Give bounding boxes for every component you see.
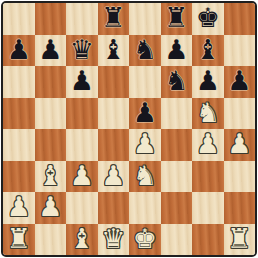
square-d5[interactable] [98, 98, 130, 130]
square-g2[interactable] [192, 192, 224, 224]
piece-white-rook[interactable]: ♜ [7, 225, 31, 252]
square-a7[interactable]: ♟ [3, 35, 35, 67]
square-f4[interactable] [161, 129, 193, 161]
square-g4[interactable]: ♟ [192, 129, 224, 161]
square-e2[interactable] [129, 192, 161, 224]
piece-white-pawn[interactable]: ♟ [70, 162, 94, 189]
square-b1[interactable] [35, 224, 67, 256]
piece-white-knight[interactable]: ♞ [133, 162, 157, 189]
square-f7[interactable]: ♟ [161, 35, 193, 67]
square-f8[interactable]: ♜ [161, 3, 193, 35]
square-e3[interactable]: ♞ [129, 161, 161, 193]
square-e4[interactable]: ♟ [129, 129, 161, 161]
square-c5[interactable] [66, 98, 98, 130]
piece-black-pawn[interactable]: ♟ [38, 36, 62, 63]
square-h6[interactable]: ♟ [224, 66, 256, 98]
square-g7[interactable]: ♝ [192, 35, 224, 67]
square-b2[interactable]: ♟ [35, 192, 67, 224]
square-a2[interactable]: ♟ [3, 192, 35, 224]
square-e7[interactable]: ♞ [129, 35, 161, 67]
piece-black-pawn[interactable]: ♟ [227, 67, 251, 94]
square-h1[interactable]: ♜ [224, 224, 256, 256]
square-a3[interactable] [3, 161, 35, 193]
piece-white-pawn[interactable]: ♟ [133, 130, 157, 157]
square-b8[interactable] [35, 3, 67, 35]
piece-white-bishop[interactable]: ♝ [38, 162, 62, 189]
piece-black-rook[interactable]: ♜ [101, 4, 125, 31]
square-a8[interactable] [3, 3, 35, 35]
square-g1[interactable] [192, 224, 224, 256]
square-b4[interactable] [35, 129, 67, 161]
square-g8[interactable]: ♚ [192, 3, 224, 35]
square-a1[interactable]: ♜ [3, 224, 35, 256]
square-f1[interactable] [161, 224, 193, 256]
square-e5[interactable]: ♟ [129, 98, 161, 130]
square-h4[interactable]: ♟ [224, 129, 256, 161]
square-f3[interactable] [161, 161, 193, 193]
square-d3[interactable]: ♟ [98, 161, 130, 193]
chessboard-border: ♜♜♚♟♟♛♝♞♟♝♟♞♟♟♟♞♟♟♟♝♟♟♞♟♟♜♝♛♚♜ [1, 1, 257, 257]
piece-white-pawn[interactable]: ♟ [196, 130, 220, 157]
piece-black-pawn[interactable]: ♟ [70, 67, 94, 94]
piece-white-pawn[interactable]: ♟ [101, 162, 125, 189]
square-b6[interactable] [35, 66, 67, 98]
square-h8[interactable] [224, 3, 256, 35]
square-g5[interactable]: ♞ [192, 98, 224, 130]
square-d2[interactable] [98, 192, 130, 224]
piece-black-queen[interactable]: ♛ [70, 36, 94, 63]
piece-black-pawn[interactable]: ♟ [196, 67, 220, 94]
chessboard: ♜♜♚♟♟♛♝♞♟♝♟♞♟♟♟♞♟♟♟♝♟♟♞♟♟♜♝♛♚♜ [3, 3, 255, 255]
piece-black-pawn[interactable]: ♟ [133, 99, 157, 126]
piece-black-knight[interactable]: ♞ [164, 67, 188, 94]
piece-white-queen[interactable]: ♛ [101, 225, 125, 252]
square-h2[interactable] [224, 192, 256, 224]
square-b7[interactable]: ♟ [35, 35, 67, 67]
square-c4[interactable] [66, 129, 98, 161]
square-f6[interactable]: ♞ [161, 66, 193, 98]
square-b5[interactable] [35, 98, 67, 130]
square-c2[interactable] [66, 192, 98, 224]
square-d6[interactable] [98, 66, 130, 98]
square-c3[interactable]: ♟ [66, 161, 98, 193]
piece-white-king[interactable]: ♚ [133, 225, 157, 252]
piece-black-pawn[interactable]: ♟ [164, 36, 188, 63]
square-h5[interactable] [224, 98, 256, 130]
square-c7[interactable]: ♛ [66, 35, 98, 67]
piece-white-pawn[interactable]: ♟ [7, 193, 31, 220]
chessboard-frame: ♜♜♚♟♟♛♝♞♟♝♟♞♟♟♟♞♟♟♟♝♟♟♞♟♟♜♝♛♚♜ [0, 0, 258, 258]
piece-black-knight[interactable]: ♞ [133, 36, 157, 63]
square-a4[interactable] [3, 129, 35, 161]
square-c6[interactable]: ♟ [66, 66, 98, 98]
square-a6[interactable] [3, 66, 35, 98]
square-f5[interactable] [161, 98, 193, 130]
square-b3[interactable]: ♝ [35, 161, 67, 193]
square-g3[interactable] [192, 161, 224, 193]
piece-black-bishop[interactable]: ♝ [101, 36, 125, 63]
square-d7[interactable]: ♝ [98, 35, 130, 67]
piece-white-pawn[interactable]: ♟ [227, 130, 251, 157]
square-d4[interactable] [98, 129, 130, 161]
square-d1[interactable]: ♛ [98, 224, 130, 256]
square-d8[interactable]: ♜ [98, 3, 130, 35]
square-e1[interactable]: ♚ [129, 224, 161, 256]
square-h3[interactable] [224, 161, 256, 193]
piece-white-bishop[interactable]: ♝ [70, 225, 94, 252]
square-e8[interactable] [129, 3, 161, 35]
piece-black-rook[interactable]: ♜ [164, 4, 188, 31]
piece-black-pawn[interactable]: ♟ [7, 36, 31, 63]
piece-white-pawn[interactable]: ♟ [38, 193, 62, 220]
square-h7[interactable] [224, 35, 256, 67]
square-c1[interactable]: ♝ [66, 224, 98, 256]
square-g6[interactable]: ♟ [192, 66, 224, 98]
square-c8[interactable] [66, 3, 98, 35]
piece-black-king[interactable]: ♚ [196, 4, 220, 31]
square-f2[interactable] [161, 192, 193, 224]
piece-white-knight[interactable]: ♞ [196, 99, 220, 126]
square-e6[interactable] [129, 66, 161, 98]
piece-white-rook[interactable]: ♜ [227, 225, 251, 252]
piece-black-bishop[interactable]: ♝ [196, 36, 220, 63]
square-a5[interactable] [3, 98, 35, 130]
